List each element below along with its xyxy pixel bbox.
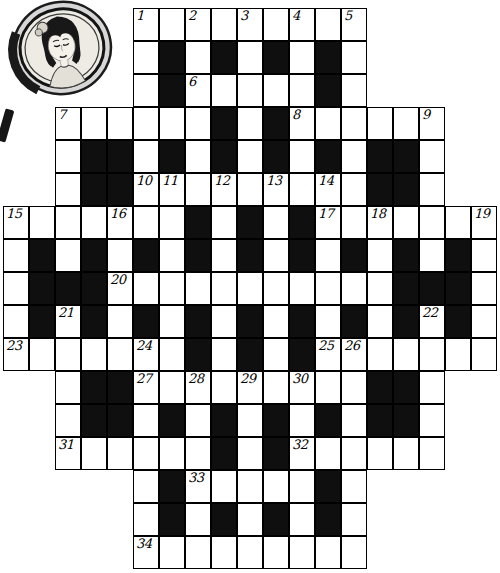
grid-cell[interactable] — [55, 173, 81, 206]
grid-void — [107, 536, 133, 569]
grid-cell[interactable]: 31 — [55, 437, 81, 470]
grid-block-cell — [289, 338, 315, 371]
grid-block-cell — [393, 305, 419, 338]
grid-cell[interactable] — [263, 206, 289, 239]
grid-block-cell — [159, 74, 185, 107]
grid-cell[interactable] — [341, 272, 367, 305]
grid-void — [419, 74, 445, 107]
cell-number: 30 — [292, 371, 308, 386]
grid-void — [445, 140, 471, 173]
grid-cell[interactable]: 14 — [315, 173, 341, 206]
grid-void — [81, 536, 107, 569]
grid-void — [471, 371, 497, 404]
grid-void — [3, 173, 29, 206]
grid-cell[interactable] — [159, 272, 185, 305]
grid-cell[interactable] — [315, 536, 341, 569]
grid-cell[interactable] — [185, 272, 211, 305]
grid-cell[interactable] — [289, 74, 315, 107]
grid-void — [29, 371, 55, 404]
grid-void — [107, 41, 133, 74]
grid-cell[interactable]: 7 — [55, 107, 81, 140]
grid-cell[interactable] — [107, 305, 133, 338]
grid-cell[interactable] — [237, 536, 263, 569]
grid-cell[interactable] — [133, 140, 159, 173]
cell-number: 4 — [292, 8, 300, 23]
grid-void — [471, 437, 497, 470]
grid-cell[interactable] — [159, 371, 185, 404]
grid-cell[interactable] — [419, 371, 445, 404]
grid-cell[interactable] — [341, 74, 367, 107]
grid-cell[interactable] — [211, 206, 237, 239]
grid-cell[interactable] — [263, 470, 289, 503]
grid-cell[interactable] — [185, 107, 211, 140]
grid-void — [445, 404, 471, 437]
grid-cell[interactable] — [81, 338, 107, 371]
grid-void — [471, 470, 497, 503]
grid-cell[interactable] — [237, 107, 263, 140]
grid-cell[interactable]: 28 — [185, 371, 211, 404]
grid-block-cell — [445, 305, 471, 338]
grid-cell[interactable]: 29 — [237, 371, 263, 404]
grid-cell[interactable] — [159, 8, 185, 41]
cell-number: 24 — [136, 338, 152, 353]
grid-cell[interactable]: 9 — [419, 107, 445, 140]
grid-cell[interactable] — [237, 173, 263, 206]
grid-cell[interactable]: 22 — [419, 305, 445, 338]
grid-cell[interactable] — [289, 404, 315, 437]
grid-void — [55, 41, 81, 74]
grid-cell[interactable] — [341, 536, 367, 569]
grid-cell[interactable] — [367, 272, 393, 305]
grid-block-cell — [81, 305, 107, 338]
grid-cell[interactable] — [81, 107, 107, 140]
grid-cell[interactable]: 26 — [341, 338, 367, 371]
grid-void — [107, 74, 133, 107]
grid-cell[interactable] — [289, 536, 315, 569]
grid-block-cell — [211, 437, 237, 470]
grid-block-cell — [107, 371, 133, 404]
grid-cell[interactable] — [185, 173, 211, 206]
cell-number: 13 — [266, 173, 282, 188]
grid-void — [107, 503, 133, 536]
grid-cell[interactable]: 13 — [263, 173, 289, 206]
grid-cell[interactable] — [315, 305, 341, 338]
grid-void — [445, 437, 471, 470]
grid-cell[interactable] — [237, 140, 263, 173]
grid-block-cell — [263, 41, 289, 74]
grid-cell[interactable]: 12 — [211, 173, 237, 206]
grid-block-cell — [315, 74, 341, 107]
grid-block-cell — [393, 404, 419, 437]
grid-cell[interactable] — [3, 305, 29, 338]
grid-block-cell — [211, 107, 237, 140]
cell-number: 19 — [474, 206, 490, 221]
grid-void — [367, 8, 393, 41]
grid-cell[interactable] — [3, 239, 29, 272]
grid-void — [419, 470, 445, 503]
grid-block-cell — [133, 305, 159, 338]
grid-cell[interactable] — [341, 41, 367, 74]
grid-cell[interactable] — [263, 8, 289, 41]
grid-block-cell — [159, 470, 185, 503]
grid-cell[interactable] — [81, 437, 107, 470]
grid-cell[interactable]: 20 — [107, 272, 133, 305]
grid-void — [29, 470, 55, 503]
grid-block-cell — [315, 470, 341, 503]
grid-cell[interactable] — [341, 107, 367, 140]
grid-cell[interactable] — [133, 404, 159, 437]
grid-cell[interactable]: 25 — [315, 338, 341, 371]
grid-cell[interactable] — [263, 536, 289, 569]
grid-void — [29, 8, 55, 41]
grid-void — [445, 8, 471, 41]
cell-number: 14 — [318, 173, 334, 188]
grid-cell[interactable] — [133, 470, 159, 503]
grid-cell[interactable] — [393, 107, 419, 140]
crossword-grid: 1234567891011121314151617181920212223242… — [3, 8, 497, 569]
grid-cell[interactable] — [419, 173, 445, 206]
grid-cell[interactable] — [315, 107, 341, 140]
grid-cell[interactable] — [107, 239, 133, 272]
grid-void — [81, 470, 107, 503]
grid-block-cell — [367, 371, 393, 404]
grid-void — [419, 536, 445, 569]
grid-cell[interactable] — [315, 8, 341, 41]
grid-void — [81, 41, 107, 74]
grid-cell[interactable]: 18 — [367, 206, 393, 239]
grid-cell[interactable] — [55, 140, 81, 173]
grid-void — [29, 503, 55, 536]
grid-cell[interactable] — [419, 140, 445, 173]
grid-cell[interactable] — [159, 107, 185, 140]
grid-void — [445, 536, 471, 569]
grid-cell[interactable] — [341, 206, 367, 239]
grid-void — [393, 41, 419, 74]
cell-number: 5 — [344, 8, 352, 23]
grid-cell[interactable] — [341, 371, 367, 404]
grid-cell[interactable] — [393, 338, 419, 371]
grid-cell[interactable] — [341, 437, 367, 470]
grid-cell[interactable]: 23 — [3, 338, 29, 371]
grid-cell[interactable] — [263, 305, 289, 338]
grid-cell[interactable] — [211, 371, 237, 404]
cell-number: 15 — [6, 206, 22, 221]
grid-cell[interactable]: 6 — [185, 74, 211, 107]
grid-cell[interactable] — [237, 404, 263, 437]
grid-cell[interactable] — [315, 437, 341, 470]
grid-block-cell — [289, 206, 315, 239]
cell-number: 25 — [318, 338, 334, 353]
grid-void — [445, 503, 471, 536]
cell-number: 9 — [422, 107, 430, 122]
grid-cell[interactable] — [211, 272, 237, 305]
grid-block-cell — [289, 239, 315, 272]
grid-cell[interactable]: 4 — [289, 8, 315, 41]
grid-block-cell — [237, 239, 263, 272]
grid-cell[interactable] — [81, 206, 107, 239]
grid-block-cell — [263, 437, 289, 470]
grid-void — [81, 8, 107, 41]
grid-void — [471, 503, 497, 536]
cell-number: 18 — [370, 206, 386, 221]
grid-cell[interactable]: 21 — [55, 305, 81, 338]
grid-cell[interactable]: 19 — [471, 206, 497, 239]
grid-void — [445, 371, 471, 404]
grid-void — [81, 74, 107, 107]
grid-cell[interactable] — [107, 107, 133, 140]
grid-void — [55, 536, 81, 569]
grid-block-cell — [289, 305, 315, 338]
grid-block-cell — [315, 41, 341, 74]
grid-cell[interactable] — [341, 173, 367, 206]
grid-cell[interactable] — [315, 371, 341, 404]
grid-void — [445, 470, 471, 503]
grid-cell[interactable] — [367, 239, 393, 272]
grid-cell[interactable] — [289, 140, 315, 173]
grid-cell[interactable] — [133, 437, 159, 470]
grid-cell[interactable]: 8 — [289, 107, 315, 140]
grid-cell[interactable] — [133, 107, 159, 140]
grid-cell[interactable] — [419, 404, 445, 437]
grid-void — [419, 8, 445, 41]
grid-void — [3, 140, 29, 173]
grid-cell[interactable]: 5 — [341, 8, 367, 41]
grid-cell[interactable] — [393, 437, 419, 470]
grid-cell[interactable] — [393, 206, 419, 239]
grid-cell[interactable] — [237, 470, 263, 503]
grid-cell[interactable] — [471, 338, 497, 371]
grid-block-cell — [445, 239, 471, 272]
grid-cell[interactable] — [55, 371, 81, 404]
grid-block-cell — [159, 404, 185, 437]
grid-cell[interactable] — [159, 338, 185, 371]
grid-cell[interactable] — [367, 338, 393, 371]
grid-cell[interactable] — [185, 536, 211, 569]
grid-void — [55, 503, 81, 536]
grid-cell[interactable] — [445, 338, 471, 371]
grid-cell[interactable] — [133, 272, 159, 305]
grid-cell[interactable]: 1 — [133, 8, 159, 41]
grid-cell[interactable] — [419, 437, 445, 470]
grid-cell[interactable] — [471, 239, 497, 272]
grid-cell[interactable]: 32 — [289, 437, 315, 470]
grid-block-cell — [81, 404, 107, 437]
grid-cell[interactable] — [289, 470, 315, 503]
grid-cell[interactable] — [289, 503, 315, 536]
grid-cell[interactable] — [237, 503, 263, 536]
grid-cell[interactable] — [289, 272, 315, 305]
cell-number: 2 — [188, 8, 196, 23]
grid-block-cell — [263, 107, 289, 140]
grid-void — [393, 8, 419, 41]
grid-cell[interactable] — [237, 437, 263, 470]
cell-number: 12 — [214, 173, 230, 188]
grid-cell[interactable] — [55, 239, 81, 272]
cell-number: 8 — [292, 107, 300, 122]
grid-cell[interactable] — [289, 41, 315, 74]
grid-cell[interactable] — [133, 503, 159, 536]
grid-cell[interactable] — [263, 74, 289, 107]
cell-number: 17 — [318, 206, 334, 221]
grid-cell[interactable] — [211, 338, 237, 371]
grid-cell[interactable] — [237, 74, 263, 107]
grid-block-cell — [211, 503, 237, 536]
grid-cell[interactable] — [211, 239, 237, 272]
grid-void — [471, 404, 497, 437]
grid-void — [367, 503, 393, 536]
grid-cell[interactable] — [445, 206, 471, 239]
grid-void — [471, 41, 497, 74]
grid-cell[interactable] — [263, 371, 289, 404]
grid-void — [419, 41, 445, 74]
grid-void — [445, 173, 471, 206]
grid-void — [367, 470, 393, 503]
grid-block-cell — [393, 239, 419, 272]
grid-void — [3, 41, 29, 74]
grid-void — [107, 8, 133, 41]
grid-cell[interactable] — [289, 173, 315, 206]
grid-cell[interactable] — [107, 437, 133, 470]
grid-void — [55, 470, 81, 503]
grid-cell[interactable] — [237, 41, 263, 74]
cell-number: 20 — [110, 272, 126, 287]
grid-block-cell — [393, 371, 419, 404]
grid-cell[interactable] — [367, 305, 393, 338]
cell-number: 21 — [58, 305, 74, 320]
grid-cell[interactable] — [315, 272, 341, 305]
grid-cell[interactable] — [367, 107, 393, 140]
grid-cell[interactable] — [107, 338, 133, 371]
grid-cell[interactable] — [159, 239, 185, 272]
grid-cell[interactable] — [133, 41, 159, 74]
grid-cell[interactable] — [471, 305, 497, 338]
grid-cell[interactable] — [185, 41, 211, 74]
grid-cell[interactable] — [159, 206, 185, 239]
grid-block-cell — [263, 140, 289, 173]
grid-cell[interactable] — [341, 404, 367, 437]
grid-cell[interactable] — [185, 503, 211, 536]
grid-cell[interactable]: 2 — [185, 8, 211, 41]
grid-block-cell — [315, 140, 341, 173]
cell-number: 33 — [188, 470, 204, 485]
grid-cell[interactable] — [211, 470, 237, 503]
grid-void — [471, 536, 497, 569]
grid-cell[interactable]: 30 — [289, 371, 315, 404]
grid-block-cell — [29, 305, 55, 338]
grid-cell[interactable] — [55, 404, 81, 437]
grid-void — [393, 470, 419, 503]
grid-cell[interactable] — [29, 338, 55, 371]
grid-cell[interactable] — [315, 239, 341, 272]
grid-void — [55, 74, 81, 107]
grid-void — [29, 437, 55, 470]
grid-cell[interactable]: 11 — [159, 173, 185, 206]
grid-cell[interactable] — [367, 437, 393, 470]
grid-cell[interactable] — [133, 74, 159, 107]
grid-void — [29, 41, 55, 74]
grid-void — [55, 8, 81, 41]
grid-cell[interactable]: 24 — [133, 338, 159, 371]
grid-cell[interactable] — [341, 470, 367, 503]
grid-cell[interactable] — [133, 206, 159, 239]
grid-block-cell — [237, 338, 263, 371]
grid-cell[interactable] — [211, 536, 237, 569]
grid-cell[interactable]: 16 — [107, 206, 133, 239]
grid-cell[interactable]: 33 — [185, 470, 211, 503]
cell-number: 23 — [6, 338, 22, 353]
grid-cell[interactable] — [55, 206, 81, 239]
grid-cell[interactable] — [211, 74, 237, 107]
grid-block-cell — [315, 404, 341, 437]
grid-cell[interactable] — [419, 239, 445, 272]
grid-void — [3, 74, 29, 107]
grid-cell[interactable] — [471, 272, 497, 305]
grid-block-cell — [315, 503, 341, 536]
grid-void — [393, 536, 419, 569]
grid-block-cell — [159, 503, 185, 536]
grid-void — [471, 107, 497, 140]
grid-void — [393, 74, 419, 107]
grid-block-cell — [81, 272, 107, 305]
grid-block-cell — [263, 503, 289, 536]
grid-block-cell — [211, 41, 237, 74]
grid-cell[interactable]: 34 — [133, 536, 159, 569]
cell-number: 29 — [240, 371, 256, 386]
grid-cell[interactable] — [159, 437, 185, 470]
grid-block-cell — [393, 173, 419, 206]
grid-cell[interactable] — [185, 437, 211, 470]
grid-cell[interactable] — [419, 338, 445, 371]
grid-void — [3, 404, 29, 437]
grid-cell[interactable] — [211, 8, 237, 41]
grid-cell[interactable] — [185, 140, 211, 173]
grid-cell[interactable]: 27 — [133, 371, 159, 404]
grid-cell[interactable] — [159, 305, 185, 338]
grid-block-cell — [159, 140, 185, 173]
grid-cell[interactable] — [3, 272, 29, 305]
grid-cell[interactable] — [159, 536, 185, 569]
grid-cell[interactable] — [237, 272, 263, 305]
grid-cell[interactable]: 15 — [3, 206, 29, 239]
grid-cell[interactable] — [263, 239, 289, 272]
grid-block-cell — [445, 272, 471, 305]
cell-number: 28 — [188, 371, 204, 386]
grid-cell[interactable]: 17 — [315, 206, 341, 239]
grid-cell[interactable] — [29, 206, 55, 239]
grid-cell[interactable] — [263, 338, 289, 371]
grid-cell[interactable]: 10 — [133, 173, 159, 206]
grid-block-cell — [185, 206, 211, 239]
grid-cell[interactable]: 3 — [237, 8, 263, 41]
grid-block-cell — [419, 272, 445, 305]
grid-cell[interactable] — [211, 305, 237, 338]
grid-cell[interactable] — [341, 140, 367, 173]
grid-cell[interactable] — [419, 206, 445, 239]
grid-cell[interactable] — [55, 338, 81, 371]
grid-void — [29, 536, 55, 569]
grid-block-cell — [393, 140, 419, 173]
cell-number: 7 — [58, 107, 66, 122]
grid-void — [471, 8, 497, 41]
grid-block-cell — [341, 239, 367, 272]
grid-block-cell — [367, 404, 393, 437]
grid-cell[interactable] — [185, 404, 211, 437]
grid-cell[interactable] — [263, 272, 289, 305]
grid-void — [3, 437, 29, 470]
grid-cell[interactable] — [341, 503, 367, 536]
grid-block-cell — [81, 371, 107, 404]
grid-void — [3, 107, 29, 140]
